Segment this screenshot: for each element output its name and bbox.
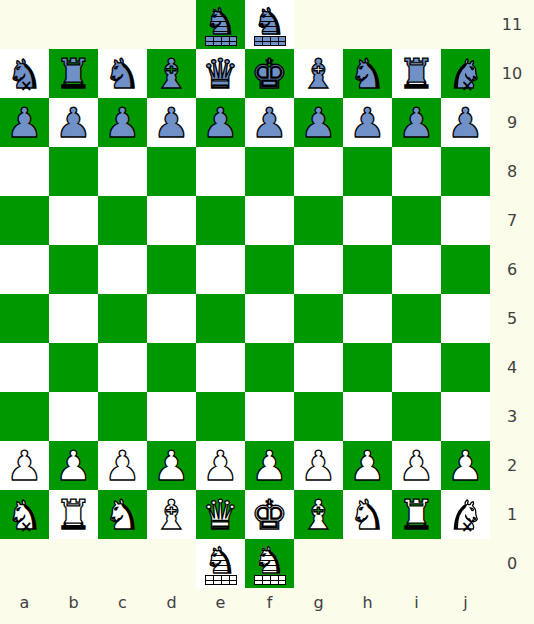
square-e7[interactable] — [196, 196, 245, 245]
square-j1[interactable]: ♞× — [441, 490, 490, 539]
square-g3[interactable] — [294, 392, 343, 441]
white-citadel-knight-piece[interactable]: ♞ — [196, 539, 245, 588]
white-camel-piece[interactable]: ♞× — [441, 490, 490, 539]
camel-x-mark: × — [20, 520, 33, 535]
square-b2[interactable]: ♟ — [49, 441, 98, 490]
square-c10[interactable]: ♞ — [98, 49, 147, 98]
square-f6[interactable] — [245, 245, 294, 294]
square-f7[interactable] — [245, 196, 294, 245]
rank-label-3: 3 — [490, 392, 534, 441]
square-j5[interactable] — [441, 294, 490, 343]
pawn-icon: ♟ — [104, 441, 141, 491]
bishop-icon: ♝ — [300, 490, 337, 540]
black-rook-piece[interactable]: ♜ — [392, 49, 441, 98]
square-f3[interactable] — [245, 392, 294, 441]
file-labels: abcdefghij — [0, 588, 490, 624]
white-bishop-piece[interactable]: ♝ — [294, 490, 343, 539]
offboard-g0 — [294, 539, 343, 588]
white-pawn-piece[interactable]: ♟ — [0, 441, 49, 490]
square-h7[interactable] — [343, 196, 392, 245]
black-knight-piece[interactable]: ♞ — [343, 49, 392, 98]
square-i3[interactable] — [392, 392, 441, 441]
square-i6[interactable] — [392, 245, 441, 294]
square-d3[interactable] — [147, 392, 196, 441]
black-pawn-piece[interactable]: ♟ — [49, 98, 98, 147]
white-pawn-piece[interactable]: ♟ — [392, 441, 441, 490]
square-c5[interactable] — [98, 294, 147, 343]
rank-label-9: 9 — [490, 98, 534, 147]
square-i4[interactable] — [392, 343, 441, 392]
square-g8[interactable] — [294, 147, 343, 196]
square-a6[interactable] — [0, 245, 49, 294]
square-i2[interactable]: ♟ — [392, 441, 441, 490]
black-pawn-piece[interactable]: ♟ — [147, 98, 196, 147]
bishop-icon: ♝ — [153, 490, 190, 540]
offboard-h11 — [343, 0, 392, 49]
rank-label-5: 5 — [490, 294, 534, 343]
square-g6[interactable] — [294, 245, 343, 294]
square-b3[interactable] — [49, 392, 98, 441]
pawn-icon: ♟ — [300, 441, 337, 491]
black-pawn-piece[interactable]: ♟ — [343, 98, 392, 147]
pawn-icon: ♟ — [398, 441, 435, 491]
square-c6[interactable] — [98, 245, 147, 294]
black-pawn-piece[interactable]: ♟ — [441, 98, 490, 147]
black-pawn-piece[interactable]: ♟ — [294, 98, 343, 147]
rook-icon: ♜ — [55, 490, 92, 540]
square-d10[interactable]: ♝ — [147, 49, 196, 98]
pawn-icon: ♟ — [349, 441, 386, 491]
square-c1[interactable]: ♞ — [98, 490, 147, 539]
square-h4[interactable] — [343, 343, 392, 392]
square-f10[interactable]: ♚ — [245, 49, 294, 98]
rank-labels: 11109876543210 — [490, 0, 534, 588]
square-b6[interactable] — [49, 245, 98, 294]
black-rook-piece[interactable]: ♜ — [49, 49, 98, 98]
offboard-i0 — [392, 539, 441, 588]
black-pawn-piece[interactable]: ♟ — [392, 98, 441, 147]
file-label-h: h — [343, 588, 392, 624]
file-label-g: g — [294, 588, 343, 624]
offboard-b11 — [49, 0, 98, 49]
square-j7[interactable] — [441, 196, 490, 245]
square-a10[interactable]: ♞× — [0, 49, 49, 98]
square-i7[interactable] — [392, 196, 441, 245]
square-c9[interactable]: ♟ — [98, 98, 147, 147]
white-queen-piece[interactable]: ♛ — [196, 490, 245, 539]
square-e1[interactable]: ♛ — [196, 490, 245, 539]
pawn-icon: ♟ — [55, 98, 92, 148]
brick-wall-base — [254, 36, 286, 46]
square-j4[interactable] — [441, 343, 490, 392]
black-pawn-piece[interactable]: ♟ — [98, 98, 147, 147]
rank-label-6: 6 — [490, 245, 534, 294]
file-label-j: j — [441, 588, 490, 624]
square-a8[interactable] — [0, 147, 49, 196]
camel-x-mark: × — [20, 79, 33, 94]
file-label-c: c — [98, 588, 147, 624]
square-e11[interactable]: ♞ — [196, 0, 245, 49]
offboard-c11 — [98, 0, 147, 49]
rank-label-0: 0 — [490, 539, 534, 588]
square-a3[interactable] — [0, 392, 49, 441]
square-b10[interactable]: ♜ — [49, 49, 98, 98]
square-f11[interactable]: ♞ — [245, 0, 294, 49]
square-d1[interactable]: ♝ — [147, 490, 196, 539]
pawn-icon: ♟ — [202, 441, 239, 491]
square-a4[interactable] — [0, 343, 49, 392]
knight-icon: ♞ — [349, 49, 386, 99]
square-a1[interactable]: ♞× — [0, 490, 49, 539]
square-h2[interactable]: ♟ — [343, 441, 392, 490]
square-e8[interactable] — [196, 147, 245, 196]
rank-label-7: 7 — [490, 196, 534, 245]
square-a9[interactable]: ♟ — [0, 98, 49, 147]
white-knight-piece[interactable]: ♞ — [98, 490, 147, 539]
square-f5[interactable] — [245, 294, 294, 343]
king-icon: ♚ — [251, 490, 288, 540]
square-d8[interactable] — [147, 147, 196, 196]
square-e5[interactable] — [196, 294, 245, 343]
camel-x-mark: × — [461, 79, 474, 94]
rank-label-11: 11 — [490, 0, 534, 49]
square-a7[interactable] — [0, 196, 49, 245]
offboard-d11 — [147, 0, 196, 49]
square-h1[interactable]: ♞ — [343, 490, 392, 539]
knight-icon: ♞ — [104, 490, 141, 540]
pawn-icon: ♟ — [153, 98, 190, 148]
offboard-j11 — [441, 0, 490, 49]
black-queen-piece[interactable]: ♛ — [196, 49, 245, 98]
square-d2[interactable]: ♟ — [147, 441, 196, 490]
square-e2[interactable]: ♟ — [196, 441, 245, 490]
pawn-icon: ♟ — [251, 98, 288, 148]
black-pawn-piece[interactable]: ♟ — [245, 98, 294, 147]
black-pawn-piece[interactable]: ♟ — [196, 98, 245, 147]
square-g7[interactable] — [294, 196, 343, 245]
pawn-icon: ♟ — [447, 98, 484, 148]
square-h6[interactable] — [343, 245, 392, 294]
pawn-icon: ♟ — [104, 98, 141, 148]
black-bishop-piece[interactable]: ♝ — [147, 49, 196, 98]
pawn-icon: ♟ — [202, 98, 239, 148]
square-e9[interactable]: ♟ — [196, 98, 245, 147]
square-c7[interactable] — [98, 196, 147, 245]
file-label-f: f — [245, 588, 294, 624]
brick-wall-base — [205, 575, 237, 585]
square-i10[interactable]: ♜ — [392, 49, 441, 98]
chessboard: ♞♞♞×♜♞♝♛♚♝♞♜♞×♟♟♟♟♟♟♟♟♟♟♟♟♟♟♟♟♟♟♟♟♞×♜♞♝♛… — [0, 0, 490, 588]
brick-wall-base — [254, 575, 286, 585]
square-i1[interactable]: ♜ — [392, 490, 441, 539]
black-camel-piece[interactable]: ♞× — [441, 49, 490, 98]
file-label-d: d — [147, 588, 196, 624]
pawn-icon: ♟ — [398, 98, 435, 148]
white-pawn-piece[interactable]: ♟ — [441, 441, 490, 490]
square-c3[interactable] — [98, 392, 147, 441]
queen-icon: ♛ — [202, 490, 239, 540]
square-c2[interactable]: ♟ — [98, 441, 147, 490]
white-pawn-piece[interactable]: ♟ — [147, 441, 196, 490]
white-rook-piece[interactable]: ♜ — [49, 490, 98, 539]
black-bishop-piece[interactable]: ♝ — [294, 49, 343, 98]
square-f8[interactable] — [245, 147, 294, 196]
square-c4[interactable] — [98, 343, 147, 392]
square-f2[interactable]: ♟ — [245, 441, 294, 490]
square-b1[interactable]: ♜ — [49, 490, 98, 539]
black-knight-piece[interactable]: ♞ — [98, 49, 147, 98]
rank-label-4: 4 — [490, 343, 534, 392]
brick-wall-base — [205, 36, 237, 46]
black-citadel-knight-piece[interactable]: ♞ — [196, 0, 245, 49]
pawn-icon: ♟ — [153, 441, 190, 491]
square-j2[interactable]: ♟ — [441, 441, 490, 490]
square-e6[interactable] — [196, 245, 245, 294]
white-rook-piece[interactable]: ♜ — [392, 490, 441, 539]
rook-icon: ♜ — [398, 49, 435, 99]
king-icon: ♚ — [251, 49, 288, 99]
rank-label-8: 8 — [490, 147, 534, 196]
pawn-icon: ♟ — [447, 441, 484, 491]
square-e0[interactable]: ♞ — [196, 539, 245, 588]
rook-icon: ♜ — [55, 49, 92, 99]
square-g2[interactable]: ♟ — [294, 441, 343, 490]
rank-label-2: 2 — [490, 441, 534, 490]
offboard-d0 — [147, 539, 196, 588]
bishop-icon: ♝ — [300, 49, 337, 99]
square-f0[interactable]: ♞ — [245, 539, 294, 588]
black-king-piece[interactable]: ♚ — [245, 49, 294, 98]
white-pawn-piece[interactable]: ♟ — [196, 441, 245, 490]
file-label-e: e — [196, 588, 245, 624]
black-camel-piece[interactable]: ♞× — [0, 49, 49, 98]
square-b4[interactable] — [49, 343, 98, 392]
square-i9[interactable]: ♟ — [392, 98, 441, 147]
offboard-a0 — [0, 539, 49, 588]
square-i8[interactable] — [392, 147, 441, 196]
rank-label-10: 10 — [490, 49, 534, 98]
offboard-h0 — [343, 539, 392, 588]
offboard-g11 — [294, 0, 343, 49]
white-pawn-piece[interactable]: ♟ — [343, 441, 392, 490]
offboard-b0 — [49, 539, 98, 588]
square-b9[interactable]: ♟ — [49, 98, 98, 147]
square-e4[interactable] — [196, 343, 245, 392]
offboard-j0 — [441, 539, 490, 588]
pawn-icon: ♟ — [6, 441, 43, 491]
white-pawn-piece[interactable]: ♟ — [245, 441, 294, 490]
white-king-piece[interactable]: ♚ — [245, 490, 294, 539]
queen-icon: ♛ — [202, 49, 239, 99]
white-citadel-knight-piece[interactable]: ♞ — [245, 539, 294, 588]
square-g10[interactable]: ♝ — [294, 49, 343, 98]
square-j9[interactable]: ♟ — [441, 98, 490, 147]
pawn-icon: ♟ — [251, 441, 288, 491]
white-knight-piece[interactable]: ♞ — [343, 490, 392, 539]
white-pawn-piece[interactable]: ♟ — [98, 441, 147, 490]
white-pawn-piece[interactable]: ♟ — [49, 441, 98, 490]
square-e3[interactable] — [196, 392, 245, 441]
square-c8[interactable] — [98, 147, 147, 196]
square-g9[interactable]: ♟ — [294, 98, 343, 147]
square-b7[interactable] — [49, 196, 98, 245]
square-b8[interactable] — [49, 147, 98, 196]
file-label-a: a — [0, 588, 49, 624]
square-d7[interactable] — [147, 196, 196, 245]
square-g5[interactable] — [294, 294, 343, 343]
white-pawn-piece[interactable]: ♟ — [294, 441, 343, 490]
square-j10[interactable]: ♞× — [441, 49, 490, 98]
square-j8[interactable] — [441, 147, 490, 196]
square-e10[interactable]: ♛ — [196, 49, 245, 98]
knight-icon: ♞ — [349, 490, 386, 540]
square-h10[interactable]: ♞ — [343, 49, 392, 98]
square-f4[interactable] — [245, 343, 294, 392]
square-d9[interactable]: ♟ — [147, 98, 196, 147]
square-g1[interactable]: ♝ — [294, 490, 343, 539]
offboard-c0 — [98, 539, 147, 588]
file-label-i: i — [392, 588, 441, 624]
white-bishop-piece[interactable]: ♝ — [147, 490, 196, 539]
square-h8[interactable] — [343, 147, 392, 196]
pawn-icon: ♟ — [6, 98, 43, 148]
pawn-icon: ♟ — [55, 441, 92, 491]
black-citadel-knight-piece[interactable]: ♞ — [245, 0, 294, 49]
rook-icon: ♜ — [398, 490, 435, 540]
square-a5[interactable] — [0, 294, 49, 343]
square-h9[interactable]: ♟ — [343, 98, 392, 147]
camel-x-mark: × — [461, 520, 474, 535]
square-h5[interactable] — [343, 294, 392, 343]
pawn-icon: ♟ — [300, 98, 337, 148]
offboard-a11 — [0, 0, 49, 49]
square-g4[interactable] — [294, 343, 343, 392]
square-a2[interactable]: ♟ — [0, 441, 49, 490]
bishop-icon: ♝ — [153, 49, 190, 99]
square-i5[interactable] — [392, 294, 441, 343]
square-d5[interactable] — [147, 294, 196, 343]
square-d6[interactable] — [147, 245, 196, 294]
square-j3[interactable] — [441, 392, 490, 441]
black-pawn-piece[interactable]: ♟ — [0, 98, 49, 147]
square-f9[interactable]: ♟ — [245, 98, 294, 147]
file-label-b: b — [49, 588, 98, 624]
offboard-i11 — [392, 0, 441, 49]
square-f1[interactable]: ♚ — [245, 490, 294, 539]
square-h3[interactable] — [343, 392, 392, 441]
square-d4[interactable] — [147, 343, 196, 392]
pawn-icon: ♟ — [349, 98, 386, 148]
white-camel-piece[interactable]: ♞× — [0, 490, 49, 539]
knight-icon: ♞ — [104, 49, 141, 99]
square-b5[interactable] — [49, 294, 98, 343]
square-j6[interactable] — [441, 245, 490, 294]
rank-label-1: 1 — [490, 490, 534, 539]
